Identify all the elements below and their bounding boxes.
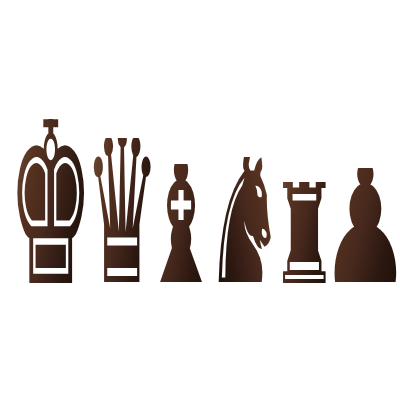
pawn-piece-glyph: ♟: [319, 168, 400, 283]
chess-piece-pawn: ♟: [295, 168, 400, 283]
chess-pieces-photo: ♚ ♛ ♝ ♞ ♜ ♟: [0, 0, 400, 400]
piece-row: ♚ ♛ ♝ ♞ ♜ ♟: [0, 0, 400, 400]
